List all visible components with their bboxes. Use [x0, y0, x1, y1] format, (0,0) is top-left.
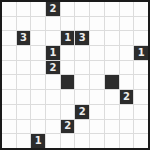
empty-cell-r5c5[interactable]	[75, 75, 89, 89]
empty-cell-r4c2[interactable]	[31, 61, 45, 75]
empty-cell-r5c9[interactable]	[134, 75, 148, 89]
empty-cell-r6c1[interactable]	[17, 90, 31, 104]
empty-cell-r2c3[interactable]	[46, 31, 60, 45]
clue-cell-r3c3: 1	[46, 46, 60, 60]
clue-cell-r8c4: 2	[61, 120, 75, 134]
empty-cell-r9c6[interactable]	[90, 134, 104, 148]
empty-cell-r1c4[interactable]	[61, 17, 75, 31]
empty-cell-r6c5[interactable]	[75, 90, 89, 104]
clue-cell-r2c5: 3	[75, 31, 89, 45]
empty-cell-r8c3[interactable]	[46, 120, 60, 134]
empty-cell-r9c0[interactable]	[2, 134, 16, 148]
clue-cell-r9c2: 1	[31, 134, 45, 148]
empty-cell-r6c7[interactable]	[105, 90, 119, 104]
empty-cell-r6c2[interactable]	[31, 90, 45, 104]
empty-cell-r5c6[interactable]	[90, 75, 104, 89]
clue-cell-r2c4: 1	[61, 31, 75, 45]
empty-cell-r5c3[interactable]	[46, 75, 60, 89]
empty-cell-r2c7[interactable]	[105, 31, 119, 45]
empty-cell-r2c8[interactable]	[120, 31, 134, 45]
empty-cell-r3c5[interactable]	[75, 46, 89, 60]
empty-cell-r4c1[interactable]	[17, 61, 31, 75]
empty-cell-r3c8[interactable]	[120, 46, 134, 60]
empty-cell-r5c0[interactable]	[2, 75, 16, 89]
empty-cell-r8c2[interactable]	[31, 120, 45, 134]
empty-cell-r7c6[interactable]	[90, 105, 104, 119]
empty-cell-r0c6[interactable]	[90, 2, 104, 16]
empty-cell-r1c8[interactable]	[120, 17, 134, 31]
empty-cell-r7c7[interactable]	[105, 105, 119, 119]
empty-cell-r8c9[interactable]	[134, 120, 148, 134]
empty-cell-r5c8[interactable]	[120, 75, 134, 89]
empty-cell-r1c2[interactable]	[31, 17, 45, 31]
empty-cell-r1c5[interactable]	[75, 17, 89, 31]
empty-cell-r0c5[interactable]	[75, 2, 89, 16]
clue-cell-r4c3: 2	[46, 61, 60, 75]
empty-cell-r8c8[interactable]	[120, 120, 134, 134]
empty-cell-r4c4[interactable]	[61, 61, 75, 75]
empty-cell-r9c5[interactable]	[75, 134, 89, 148]
empty-cell-r0c2[interactable]	[31, 2, 45, 16]
empty-cell-r3c1[interactable]	[17, 46, 31, 60]
black-cell-r5c4	[61, 75, 75, 89]
empty-cell-r3c4[interactable]	[61, 46, 75, 60]
empty-cell-r3c7[interactable]	[105, 46, 119, 60]
empty-cell-r6c4[interactable]	[61, 90, 75, 104]
empty-cell-r4c0[interactable]	[2, 61, 16, 75]
empty-cell-r8c1[interactable]	[17, 120, 31, 134]
empty-cell-r8c7[interactable]	[105, 120, 119, 134]
empty-cell-r9c1[interactable]	[17, 134, 31, 148]
empty-cell-r1c6[interactable]	[90, 17, 104, 31]
empty-cell-r5c2[interactable]	[31, 75, 45, 89]
empty-cell-r0c4[interactable]	[61, 2, 75, 16]
empty-cell-r4c6[interactable]	[90, 61, 104, 75]
empty-cell-r7c0[interactable]	[2, 105, 16, 119]
empty-cell-r2c6[interactable]	[90, 31, 104, 45]
empty-cell-r4c9[interactable]	[134, 61, 148, 75]
empty-cell-r6c0[interactable]	[2, 90, 16, 104]
empty-cell-r1c3[interactable]	[46, 17, 60, 31]
empty-cell-r5c1[interactable]	[17, 75, 31, 89]
empty-cell-r0c0[interactable]	[2, 2, 16, 16]
empty-cell-r7c3[interactable]	[46, 105, 60, 119]
empty-cell-r4c5[interactable]	[75, 61, 89, 75]
empty-cell-r9c4[interactable]	[61, 134, 75, 148]
black-cell-r5c7	[105, 75, 119, 89]
empty-cell-r9c3[interactable]	[46, 134, 60, 148]
clue-cell-r2c1: 3	[17, 31, 31, 45]
clue-cell-r3c9: 1	[134, 46, 148, 60]
empty-cell-r6c6[interactable]	[90, 90, 104, 104]
empty-cell-r2c9[interactable]	[134, 31, 148, 45]
empty-cell-r2c0[interactable]	[2, 31, 16, 45]
empty-cell-r0c7[interactable]	[105, 2, 119, 16]
empty-cell-r0c8[interactable]	[120, 2, 134, 16]
empty-cell-r9c7[interactable]	[105, 134, 119, 148]
empty-cell-r3c0[interactable]	[2, 46, 16, 60]
empty-cell-r1c9[interactable]	[134, 17, 148, 31]
empty-cell-r1c1[interactable]	[17, 17, 31, 31]
clue-cell-r0c3: 2	[46, 2, 60, 16]
empty-cell-r6c3[interactable]	[46, 90, 60, 104]
clue-cell-r7c5: 2	[75, 105, 89, 119]
empty-cell-r4c8[interactable]	[120, 61, 134, 75]
empty-cell-r3c2[interactable]	[31, 46, 45, 60]
empty-cell-r0c1[interactable]	[17, 2, 31, 16]
empty-cell-r8c5[interactable]	[75, 120, 89, 134]
empty-cell-r8c0[interactable]	[2, 120, 16, 134]
empty-cell-r7c1[interactable]	[17, 105, 31, 119]
empty-cell-r9c9[interactable]	[134, 134, 148, 148]
empty-cell-r0c9[interactable]	[134, 2, 148, 16]
empty-cell-r7c4[interactable]	[61, 105, 75, 119]
empty-cell-r6c9[interactable]	[134, 90, 148, 104]
empty-cell-r7c9[interactable]	[134, 105, 148, 119]
empty-cell-r8c6[interactable]	[90, 120, 104, 134]
empty-cell-r4c7[interactable]	[105, 61, 119, 75]
empty-cell-r1c7[interactable]	[105, 17, 119, 31]
akari-board: 23131122221	[0, 0, 150, 150]
empty-cell-r7c2[interactable]	[31, 105, 45, 119]
empty-cell-r9c8[interactable]	[120, 134, 134, 148]
empty-cell-r2c2[interactable]	[31, 31, 45, 45]
empty-cell-r3c6[interactable]	[90, 46, 104, 60]
empty-cell-r7c8[interactable]	[120, 105, 134, 119]
empty-cell-r1c0[interactable]	[2, 17, 16, 31]
clue-cell-r6c8: 2	[120, 90, 134, 104]
